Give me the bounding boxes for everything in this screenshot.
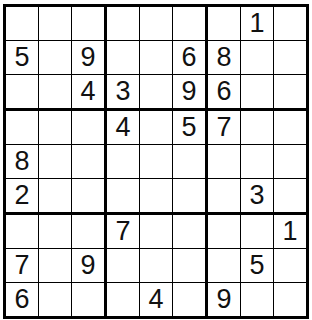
cell-r2c5[interactable] — [140, 41, 173, 75]
cell-r6c3[interactable] — [72, 179, 107, 215]
cell-r8c2[interactable] — [39, 249, 72, 283]
cell-r9c1[interactable]: 6 — [6, 283, 39, 316]
cell-r8c9[interactable] — [274, 249, 306, 283]
sudoku-page: 15968439645782371795649 — [0, 0, 312, 320]
cell-r3c8[interactable] — [241, 75, 274, 111]
cell-r7c1[interactable] — [6, 215, 39, 249]
cell-r7c3[interactable] — [72, 215, 107, 249]
cell-r1c2[interactable] — [39, 7, 72, 41]
cell-r6c5[interactable] — [140, 179, 173, 215]
cell-r3c4[interactable]: 3 — [107, 75, 140, 111]
cell-r8c8[interactable]: 5 — [241, 249, 274, 283]
cell-r4c1[interactable] — [6, 111, 39, 145]
cell-r2c2[interactable] — [39, 41, 72, 75]
cell-r9c6[interactable] — [173, 283, 208, 316]
cell-r9c2[interactable] — [39, 283, 72, 316]
cell-r4c2[interactable] — [39, 111, 72, 145]
cell-r8c4[interactable] — [107, 249, 140, 283]
cell-r3c7[interactable]: 6 — [208, 75, 241, 111]
cell-r5c4[interactable] — [107, 145, 140, 179]
cell-r7c6[interactable] — [173, 215, 208, 249]
cell-r9c8[interactable] — [241, 283, 274, 316]
cell-r3c6[interactable]: 9 — [173, 75, 208, 111]
cell-r4c3[interactable] — [72, 111, 107, 145]
cell-r1c1[interactable] — [6, 7, 39, 41]
cell-r3c3[interactable]: 4 — [72, 75, 107, 111]
cell-r9c4[interactable] — [107, 283, 140, 316]
cell-r5c8[interactable] — [241, 145, 274, 179]
cell-r1c9[interactable] — [274, 7, 306, 41]
cell-r2c1[interactable]: 5 — [6, 41, 39, 75]
cell-r6c6[interactable] — [173, 179, 208, 215]
cell-r6c8[interactable]: 3 — [241, 179, 274, 215]
cell-r5c3[interactable] — [72, 145, 107, 179]
cell-r7c5[interactable] — [140, 215, 173, 249]
cell-r2c4[interactable] — [107, 41, 140, 75]
cell-r3c9[interactable] — [274, 75, 306, 111]
cell-r9c9[interactable] — [274, 283, 306, 316]
cell-r1c6[interactable] — [173, 7, 208, 41]
cell-r8c5[interactable] — [140, 249, 173, 283]
cell-r6c1[interactable]: 2 — [6, 179, 39, 215]
cell-r5c6[interactable] — [173, 145, 208, 179]
cell-r4c9[interactable] — [274, 111, 306, 145]
cell-r2c6[interactable]: 6 — [173, 41, 208, 75]
cell-r5c1[interactable]: 8 — [6, 145, 39, 179]
cell-r3c1[interactable] — [6, 75, 39, 111]
cell-r6c9[interactable] — [274, 179, 306, 215]
cell-r7c2[interactable] — [39, 215, 72, 249]
cell-r5c9[interactable] — [274, 145, 306, 179]
cell-r1c8[interactable]: 1 — [241, 7, 274, 41]
cell-r8c7[interactable] — [208, 249, 241, 283]
cell-r9c5[interactable]: 4 — [140, 283, 173, 316]
cell-r4c8[interactable] — [241, 111, 274, 145]
cell-r4c5[interactable] — [140, 111, 173, 145]
cell-r8c1[interactable]: 7 — [6, 249, 39, 283]
cell-r7c4[interactable]: 7 — [107, 215, 140, 249]
cell-r6c2[interactable] — [39, 179, 72, 215]
cell-r6c4[interactable] — [107, 179, 140, 215]
cell-r3c2[interactable] — [39, 75, 72, 111]
cell-r8c6[interactable] — [173, 249, 208, 283]
cell-r7c8[interactable] — [241, 215, 274, 249]
cell-r7c7[interactable] — [208, 215, 241, 249]
cell-r1c5[interactable] — [140, 7, 173, 41]
cell-r8c3[interactable]: 9 — [72, 249, 107, 283]
cell-r2c3[interactable]: 9 — [72, 41, 107, 75]
cell-r4c7[interactable]: 7 — [208, 111, 241, 145]
cell-r9c3[interactable] — [72, 283, 107, 316]
cell-r5c5[interactable] — [140, 145, 173, 179]
cell-r2c7[interactable]: 8 — [208, 41, 241, 75]
cell-r2c8[interactable] — [241, 41, 274, 75]
cell-r7c9[interactable]: 1 — [274, 215, 306, 249]
cell-r2c9[interactable] — [274, 41, 306, 75]
cell-r9c7[interactable]: 9 — [208, 283, 241, 316]
cell-r3c5[interactable] — [140, 75, 173, 111]
cell-r1c3[interactable] — [72, 7, 107, 41]
cell-r6c7[interactable] — [208, 179, 241, 215]
cell-r4c6[interactable]: 5 — [173, 111, 208, 145]
cell-r4c4[interactable]: 4 — [107, 111, 140, 145]
cell-r5c2[interactable] — [39, 145, 72, 179]
cell-r1c7[interactable] — [208, 7, 241, 41]
cell-r1c4[interactable] — [107, 7, 140, 41]
sudoku-board: 15968439645782371795649 — [3, 4, 309, 319]
cell-r5c7[interactable] — [208, 145, 241, 179]
